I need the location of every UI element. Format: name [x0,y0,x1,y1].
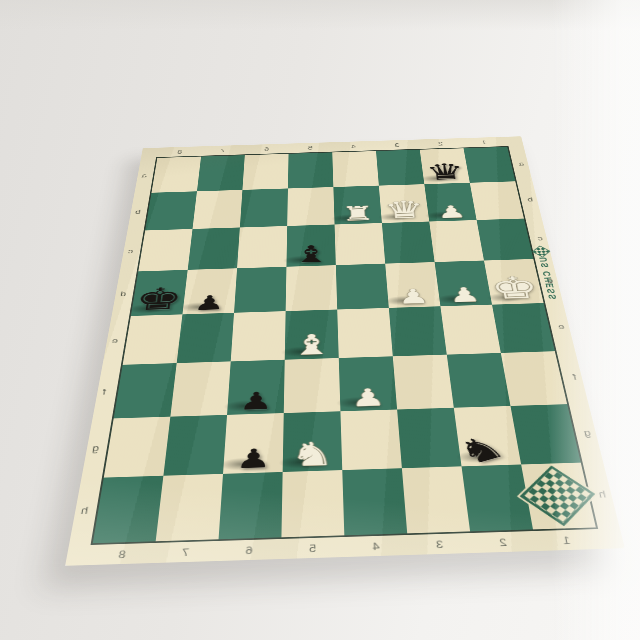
square-c2[interactable] [429,220,484,262]
square-d2[interactable]: ♟ [435,261,492,307]
square-d4[interactable] [336,264,389,310]
square-e6[interactable] [231,311,286,361]
board-grid: ♛♜♛♟♝♚♟♟♟♚♝♟♟♟♞♞ [93,147,596,543]
black-pawn-d7[interactable]: ♟ [193,293,226,313]
square-g4[interactable] [340,410,401,471]
rank-label-top-2: 2 [438,141,444,146]
rank-label-bottom-4: 4 [372,541,380,552]
square-g1[interactable] [510,404,580,464]
white-pawn-b2[interactable]: ♟ [436,204,467,221]
us-chess-logo-icon [532,246,550,258]
white-queen-b3[interactable]: ♛ [383,198,426,222]
square-e7[interactable] [177,313,234,363]
square-h1[interactable] [521,463,596,530]
square-h4[interactable] [342,468,407,535]
square-c5[interactable]: ♝ [286,224,335,266]
square-a5[interactable] [288,152,333,188]
square-b6[interactable] [240,188,288,227]
square-f3[interactable] [393,355,454,410]
rank-label-bottom-3: 3 [435,539,443,550]
white-bishop-e5[interactable]: ♝ [291,331,333,358]
square-b5[interactable] [287,187,334,226]
rank-label-top-4: 4 [351,144,356,149]
square-e1[interactable] [492,303,555,353]
rank-label-top-6: 6 [264,147,269,152]
us-chess-diamond-logo-icon [520,465,596,526]
square-g5[interactable]: ♞ [283,411,343,472]
file-label-left-a: a [141,173,147,179]
rank-label-top-8: 8 [177,149,183,154]
square-b1[interactable] [470,181,524,220]
square-c8[interactable] [138,229,192,271]
square-f1[interactable] [501,351,567,406]
square-h7[interactable] [156,474,223,541]
square-e3[interactable] [389,306,447,356]
rank-label-top-3: 3 [394,142,399,147]
file-label-right-e: e [557,323,565,331]
black-pawn-f6[interactable]: ♟ [238,390,273,414]
file-label-left-d: d [120,290,127,297]
black-pawn-g6[interactable]: ♟ [235,446,272,472]
black-bishop-c5[interactable]: ♝ [292,242,330,265]
white-knight-g5[interactable]: ♞ [290,438,334,470]
file-label-left-f: f [102,388,107,396]
square-c6[interactable] [237,226,287,268]
square-b7[interactable] [193,190,243,229]
square-b4[interactable]: ♜ [333,186,382,225]
rank-label-bottom-1: 1 [562,535,571,546]
square-f7[interactable] [170,361,230,416]
white-pawn-d2[interactable]: ♟ [448,285,482,305]
rank-label-bottom-6: 6 [245,545,253,556]
file-label-right-g: g [583,428,592,437]
square-h3[interactable] [402,466,470,533]
square-d3[interactable]: ♟ [385,262,440,308]
square-d8[interactable]: ♚ [131,270,188,316]
brand-label: US CHESS [536,257,558,300]
rank-label-top-7: 7 [220,148,225,153]
square-d6[interactable] [234,267,286,313]
file-label-left-h: h [80,505,89,515]
square-a3[interactable] [376,150,424,186]
white-pawn-d3[interactable]: ♟ [397,287,430,307]
square-f5[interactable] [284,358,341,413]
black-queen-a2[interactable]: ♛ [424,161,466,183]
vinyl-mat: ♛♜♛♟♝♚♟♟♟♚♝♟♟♟♞♞ US CHESS 87654321876543… [65,136,625,566]
square-h8[interactable] [93,476,164,544]
square-a2[interactable]: ♛ [420,148,470,184]
square-d7[interactable]: ♟ [182,268,237,314]
white-rook-b4[interactable]: ♜ [341,204,375,223]
square-b8[interactable] [145,191,197,230]
square-f8[interactable] [114,363,177,418]
black-king-d8[interactable]: ♚ [133,285,184,315]
square-g8[interactable] [104,417,171,478]
square-f6[interactable]: ♟ [227,360,285,415]
square-c1[interactable] [477,219,534,261]
square-a4[interactable] [332,151,379,187]
square-d5[interactable] [286,265,338,311]
chess-board: ♛♜♛♟♝♚♟♟♟♚♝♟♟♟♞♞ US CHESS 87654321876543… [65,136,625,566]
square-f2[interactable] [447,353,511,408]
square-b3[interactable]: ♛ [379,184,429,223]
square-e5[interactable]: ♝ [285,310,339,360]
square-g2[interactable]: ♞ [454,406,521,466]
file-label-right-b: b [527,196,534,202]
square-f4[interactable]: ♟ [339,356,397,411]
square-c3[interactable] [382,222,435,264]
rank-label-top-5: 5 [308,145,313,150]
rank-label-bottom-5: 5 [309,543,316,554]
square-e2[interactable] [440,305,500,355]
file-label-right-f: f [572,373,577,381]
file-label-left-e: e [111,337,118,345]
rank-label-top-1: 1 [481,140,487,145]
square-e8[interactable] [123,314,183,364]
black-knight-g2[interactable]: ♞ [451,430,511,469]
file-label-right-h: h [597,489,606,499]
square-c4[interactable] [335,223,386,265]
file-label-left-b: b [135,209,141,215]
rank-label-bottom-8: 8 [118,549,127,560]
square-g7[interactable] [163,415,227,476]
square-h6[interactable] [219,472,283,539]
rank-label-bottom-7: 7 [181,547,189,558]
table-scene: ♛♜♛♟♝♚♟♟♟♚♝♟♟♟♞♞ US CHESS 87654321876543… [0,0,640,640]
white-king-d1[interactable]: ♚ [489,274,542,304]
square-g6[interactable]: ♟ [223,413,284,474]
square-e4[interactable] [337,308,393,358]
square-a1[interactable] [464,147,516,183]
rank-label-bottom-2: 2 [499,537,508,548]
file-label-right-a: a [518,161,524,166]
square-c7[interactable] [188,227,240,269]
file-label-left-g: g [92,443,100,452]
square-h5[interactable] [281,470,344,537]
white-pawn-f4[interactable]: ♟ [351,386,386,410]
square-a8[interactable] [151,157,201,193]
square-a6[interactable] [242,154,288,190]
square-a7[interactable] [197,155,245,191]
file-label-right-c: c [537,235,543,241]
file-label-left-c: c [128,248,134,254]
square-b2[interactable]: ♟ [424,183,476,222]
